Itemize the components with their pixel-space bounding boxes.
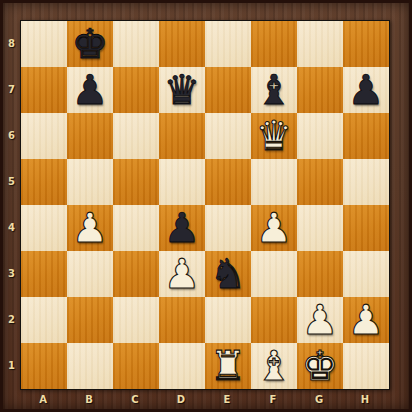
black-king-icon: ♚	[72, 21, 109, 67]
rank-label-8: 8	[3, 20, 20, 66]
square-d7[interactable]: ♛	[159, 67, 205, 113]
file-label-b: B	[66, 389, 112, 409]
square-d3[interactable]: ♟	[159, 251, 205, 297]
square-a5[interactable]	[21, 159, 67, 205]
file-label-f: F	[250, 389, 296, 409]
square-c2[interactable]	[113, 297, 159, 343]
white-rook-icon: ♜	[210, 343, 247, 389]
square-h6[interactable]	[343, 113, 389, 159]
square-g5[interactable]	[297, 159, 343, 205]
black-knight-icon: ♞	[210, 251, 247, 297]
white-pawn-icon: ♟	[256, 205, 293, 251]
square-g6[interactable]	[297, 113, 343, 159]
square-h8[interactable]	[343, 21, 389, 67]
square-h4[interactable]	[343, 205, 389, 251]
white-pawn-icon: ♟	[72, 205, 109, 251]
square-h5[interactable]	[343, 159, 389, 205]
rank-label-2: 2	[3, 296, 20, 342]
square-a7[interactable]	[21, 67, 67, 113]
black-pawn-icon: ♟	[72, 67, 109, 113]
square-e2[interactable]	[205, 297, 251, 343]
square-c8[interactable]	[113, 21, 159, 67]
square-d6[interactable]	[159, 113, 205, 159]
square-b1[interactable]	[67, 343, 113, 389]
square-g7[interactable]	[297, 67, 343, 113]
square-b6[interactable]	[67, 113, 113, 159]
white-pawn-icon: ♟	[164, 251, 201, 297]
black-queen-icon: ♛	[164, 67, 201, 113]
white-queen-icon: ♛	[256, 113, 293, 159]
square-c4[interactable]	[113, 205, 159, 251]
rank-label-1: 1	[3, 342, 20, 388]
square-e8[interactable]	[205, 21, 251, 67]
square-b7[interactable]: ♟	[67, 67, 113, 113]
square-d5[interactable]	[159, 159, 205, 205]
square-d8[interactable]	[159, 21, 205, 67]
square-b3[interactable]	[67, 251, 113, 297]
square-d2[interactable]	[159, 297, 205, 343]
white-pawn-icon: ♟	[302, 297, 339, 343]
file-label-a: A	[20, 389, 66, 409]
white-king-icon: ♚	[302, 343, 339, 389]
file-labels: ABCDEFGH	[20, 389, 388, 409]
square-h3[interactable]	[343, 251, 389, 297]
square-e4[interactable]	[205, 205, 251, 251]
square-e7[interactable]	[205, 67, 251, 113]
rank-label-5: 5	[3, 158, 20, 204]
square-b8[interactable]: ♚	[67, 21, 113, 67]
square-f2[interactable]	[251, 297, 297, 343]
square-a3[interactable]	[21, 251, 67, 297]
chess-board: ♚♟♛♝♟♛♟♟♟♟♞♟♟♜♝♚	[20, 20, 390, 390]
square-f1[interactable]: ♝	[251, 343, 297, 389]
file-label-h: H	[342, 389, 388, 409]
square-g3[interactable]	[297, 251, 343, 297]
square-e1[interactable]: ♜	[205, 343, 251, 389]
square-g2[interactable]: ♟	[297, 297, 343, 343]
square-f6[interactable]: ♛	[251, 113, 297, 159]
square-c3[interactable]	[113, 251, 159, 297]
square-g8[interactable]	[297, 21, 343, 67]
square-h7[interactable]: ♟	[343, 67, 389, 113]
square-a1[interactable]	[21, 343, 67, 389]
file-label-d: D	[158, 389, 204, 409]
square-c1[interactable]	[113, 343, 159, 389]
square-e5[interactable]	[205, 159, 251, 205]
black-pawn-icon: ♟	[348, 67, 385, 113]
file-label-g: G	[296, 389, 342, 409]
square-e3[interactable]: ♞	[205, 251, 251, 297]
black-pawn-icon: ♟	[164, 205, 201, 251]
square-f8[interactable]	[251, 21, 297, 67]
square-h2[interactable]: ♟	[343, 297, 389, 343]
square-f5[interactable]	[251, 159, 297, 205]
square-h1[interactable]	[343, 343, 389, 389]
rank-labels: 87654321	[3, 20, 20, 388]
white-bishop-icon: ♝	[256, 343, 293, 389]
square-b2[interactable]	[67, 297, 113, 343]
white-pawn-icon: ♟	[348, 297, 385, 343]
square-g1[interactable]: ♚	[297, 343, 343, 389]
square-c7[interactable]	[113, 67, 159, 113]
rank-label-4: 4	[3, 204, 20, 250]
square-a4[interactable]	[21, 205, 67, 251]
square-e6[interactable]	[205, 113, 251, 159]
square-d4[interactable]: ♟	[159, 205, 205, 251]
square-f4[interactable]: ♟	[251, 205, 297, 251]
file-label-e: E	[204, 389, 250, 409]
rank-label-7: 7	[3, 66, 20, 112]
chessboard-widget: 87654321 ♚♟♛♝♟♛♟♟♟♟♞♟♟♜♝♚ ABCDEFGH	[0, 0, 412, 412]
square-f3[interactable]	[251, 251, 297, 297]
square-a8[interactable]	[21, 21, 67, 67]
square-a2[interactable]	[21, 297, 67, 343]
square-f7[interactable]: ♝	[251, 67, 297, 113]
square-d1[interactable]	[159, 343, 205, 389]
file-label-c: C	[112, 389, 158, 409]
square-g4[interactable]	[297, 205, 343, 251]
rank-label-6: 6	[3, 112, 20, 158]
rank-label-3: 3	[3, 250, 20, 296]
square-b5[interactable]	[67, 159, 113, 205]
square-c6[interactable]	[113, 113, 159, 159]
black-bishop-icon: ♝	[256, 67, 293, 113]
square-b4[interactable]: ♟	[67, 205, 113, 251]
square-c5[interactable]	[113, 159, 159, 205]
square-a6[interactable]	[21, 113, 67, 159]
